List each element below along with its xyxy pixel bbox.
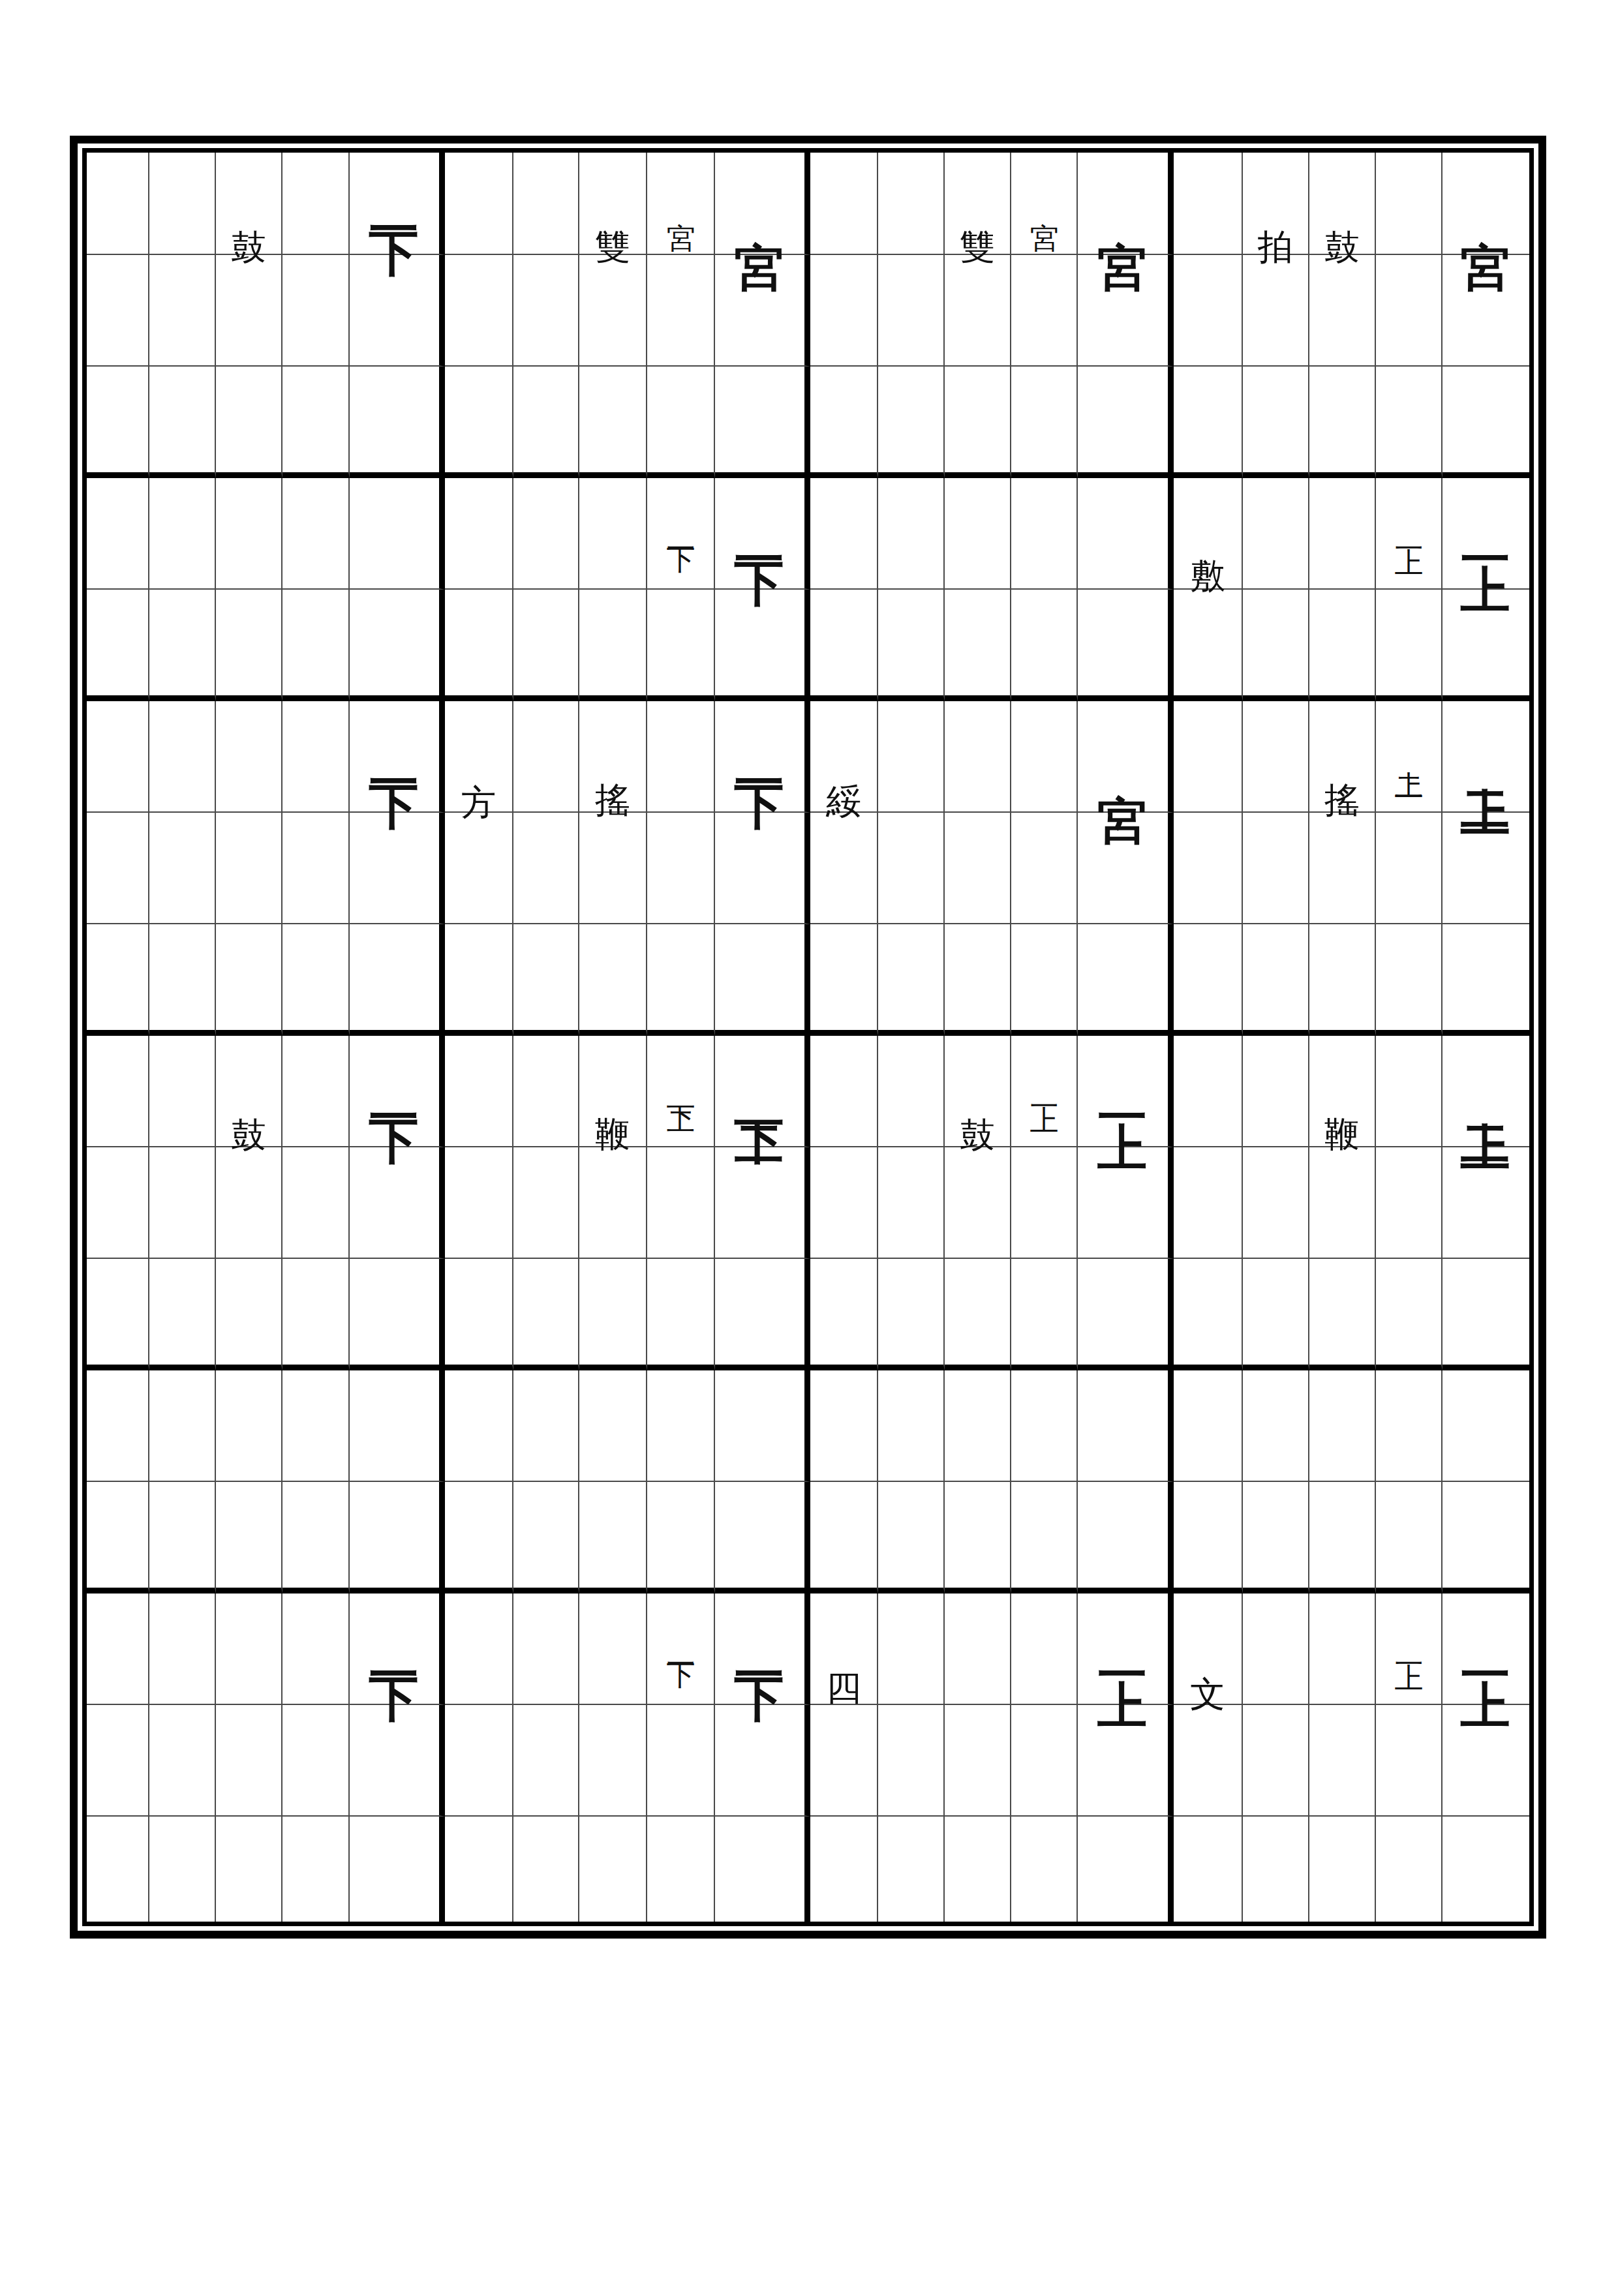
jeonggan-cell bbox=[350, 1370, 445, 1482]
notation-glyph: 宮 bbox=[1098, 199, 1148, 208]
jeonggan-cell bbox=[647, 1817, 715, 1922]
jeonggan-cell bbox=[810, 1370, 878, 1482]
jeonggan-cell bbox=[1011, 367, 1078, 478]
jeonggan-cell bbox=[1376, 590, 1442, 701]
jeonggan-cell bbox=[1078, 924, 1174, 1036]
jeonggan-cell bbox=[87, 924, 149, 1036]
jeonggan-cell: 宮 bbox=[647, 153, 715, 255]
jeonggan-cell bbox=[87, 367, 149, 478]
jeonggan-cell bbox=[149, 153, 216, 255]
jeonggan-cell bbox=[878, 813, 945, 924]
jeonggan-cell: 鼓 bbox=[945, 1036, 1011, 1147]
jeonggan-cell bbox=[282, 924, 350, 1036]
jeonggan-cell bbox=[216, 1259, 282, 1370]
jeonggan-cell bbox=[149, 1259, 216, 1370]
jeonggan-cell bbox=[1011, 590, 1078, 701]
jeonggan-cell bbox=[282, 1482, 350, 1594]
jeonggan-cell bbox=[945, 590, 1011, 701]
score-frame-inner: 鼓下一雙宮宮雙宮宮拍鼓宮下一下一敷上一上一下一方搖下一綏宮搖上二上二鼓下一鞭下二… bbox=[82, 148, 1534, 1926]
jeonggan-cell bbox=[878, 1370, 945, 1482]
jeonggan-cell bbox=[1078, 1817, 1174, 1922]
notation-glyph: 鼓 bbox=[1324, 202, 1360, 205]
jeonggan-cell: 下一 bbox=[715, 478, 810, 590]
jeonggan-cell: 宮 bbox=[715, 153, 810, 255]
jeonggan-cell bbox=[282, 1259, 350, 1370]
jeonggan-cell bbox=[810, 590, 878, 701]
jeonggan-cell: 下一 bbox=[350, 1594, 445, 1705]
jeonggan-cell: 雙 bbox=[579, 153, 647, 255]
jeonggan-cell bbox=[87, 1705, 149, 1817]
jeonggan-cell bbox=[445, 1482, 513, 1594]
jeonggan-cell bbox=[87, 1370, 149, 1482]
jeonggan-cell bbox=[1243, 1705, 1309, 1817]
jeonggan-cell bbox=[1174, 924, 1243, 1036]
jeonggan-cell bbox=[1011, 1259, 1078, 1370]
jeonggan-cell bbox=[579, 1147, 647, 1259]
jeonggan-cell: 宮 bbox=[1078, 701, 1174, 813]
jeonggan-cell bbox=[1442, 1705, 1529, 1817]
jeonggan-cell bbox=[579, 255, 647, 367]
jeonggan-cell: 上一 bbox=[1376, 1594, 1442, 1705]
jeonggan-cell bbox=[1174, 153, 1243, 255]
jeonggan-cell bbox=[715, 1482, 810, 1594]
notation-glyph: 鞭 bbox=[595, 1089, 630, 1093]
notation-glyph: 上一 bbox=[1030, 1083, 1058, 1099]
jeonggan-cell bbox=[87, 255, 149, 367]
jeonggan-cell bbox=[350, 367, 445, 478]
notation-glyph: 下二 bbox=[735, 1082, 785, 1100]
jeonggan-cell bbox=[945, 813, 1011, 924]
jeonggan-cell bbox=[445, 478, 513, 590]
jeonggan-cell bbox=[1011, 1482, 1078, 1594]
notation-glyph: 宮 bbox=[1461, 199, 1511, 208]
jeonggan-cell: 搖 bbox=[1309, 701, 1376, 813]
jeonggan-cell bbox=[647, 1259, 715, 1370]
jeonggan-cell: 鼓 bbox=[216, 153, 282, 255]
jeonggan-cell bbox=[1309, 1705, 1376, 1817]
jeonggan-cell bbox=[1011, 1370, 1078, 1482]
jeonggan-cell: 上一 bbox=[1078, 1594, 1174, 1705]
jeonggan-cell bbox=[445, 1370, 513, 1482]
jeonggan-cell bbox=[350, 1147, 445, 1259]
notation-glyph: 上一 bbox=[1098, 1082, 1148, 1100]
jeonggan-cell bbox=[878, 255, 945, 367]
jeonggan-cell bbox=[445, 924, 513, 1036]
jeonggan-cell bbox=[282, 255, 350, 367]
jeonggan-cell bbox=[216, 924, 282, 1036]
notation-glyph: 宮 bbox=[1030, 200, 1058, 207]
notation-glyph: 鞭 bbox=[1324, 1089, 1360, 1093]
jeonggan-cell bbox=[1243, 1370, 1309, 1482]
jeonggan-cell bbox=[282, 813, 350, 924]
notation-glyph: 宮 bbox=[666, 200, 695, 207]
jeonggan-cell bbox=[1174, 1147, 1243, 1259]
jeonggan-cell bbox=[1011, 1817, 1078, 1922]
jeonggan-cell: 下二 bbox=[647, 1036, 715, 1147]
notation-glyph: 四 bbox=[826, 1647, 861, 1651]
jeonggan-cell bbox=[445, 255, 513, 367]
jeonggan-cell bbox=[647, 255, 715, 367]
jeonggan-cell bbox=[878, 153, 945, 255]
jeonggan-cell bbox=[579, 1482, 647, 1594]
jeonggan-cell: 下一 bbox=[350, 153, 445, 255]
jeonggan-cell bbox=[1243, 1147, 1309, 1259]
jeonggan-cell bbox=[1243, 1259, 1309, 1370]
jeonggan-cell bbox=[1376, 367, 1442, 478]
jeonggan-cell bbox=[282, 1147, 350, 1259]
jeonggan-cell bbox=[445, 1259, 513, 1370]
jeonggan-cell bbox=[216, 1705, 282, 1817]
jeonggan-cell bbox=[350, 924, 445, 1036]
jeonggan-cell bbox=[1442, 590, 1529, 701]
jeonggan-cell bbox=[1174, 813, 1243, 924]
jeonggan-cell bbox=[1376, 255, 1442, 367]
jeonggan-cell bbox=[878, 924, 945, 1036]
jeonggan-cell bbox=[87, 1817, 149, 1922]
jeonggan-cell bbox=[1376, 1705, 1442, 1817]
jeonggan-cell bbox=[1243, 1482, 1309, 1594]
jeonggan-cell bbox=[715, 590, 810, 701]
jeonggan-cell bbox=[579, 1705, 647, 1817]
jeonggan-cell bbox=[1078, 590, 1174, 701]
jeonggan-cell bbox=[1442, 813, 1529, 924]
jeonggan-cell bbox=[1078, 813, 1174, 924]
jeonggan-cell bbox=[579, 367, 647, 478]
jeonggan-cell bbox=[87, 813, 149, 924]
jeonggan-cell bbox=[149, 478, 216, 590]
notation-glyph: 下一 bbox=[370, 748, 420, 766]
jeonggan-cell bbox=[149, 1817, 216, 1922]
jeonggan-cell bbox=[149, 924, 216, 1036]
notation-glyph: 下一 bbox=[735, 748, 785, 766]
notation-glyph: 上二 bbox=[1394, 749, 1423, 764]
jeonggan-cell bbox=[1243, 1594, 1309, 1705]
jeonggan-cell bbox=[810, 367, 878, 478]
jeonggan-cell bbox=[1376, 1147, 1442, 1259]
jeonggan-cell bbox=[87, 1036, 149, 1147]
jeonggan-cell: 宮 bbox=[1011, 153, 1078, 255]
jeonggan-cell bbox=[1442, 924, 1529, 1036]
jeonggan-cell: 上一 bbox=[1442, 478, 1529, 590]
jeonggan-cell bbox=[149, 1482, 216, 1594]
jeonggan-cell bbox=[87, 590, 149, 701]
notation-glyph: 搖 bbox=[595, 755, 630, 759]
jeonggan-cell bbox=[1442, 1370, 1529, 1482]
jeonggan-cell bbox=[513, 255, 579, 367]
jeonggan-cell bbox=[647, 367, 715, 478]
jeonggan-cell bbox=[513, 924, 579, 1036]
jeonggan-cell bbox=[513, 1705, 579, 1817]
jeonggan-cell bbox=[513, 1259, 579, 1370]
jeonggan-cell bbox=[810, 153, 878, 255]
notation-glyph: 搖 bbox=[1324, 755, 1360, 759]
jeonggan-cell bbox=[1309, 590, 1376, 701]
jeonggan-cell bbox=[1011, 701, 1078, 813]
jeonggan-cell bbox=[1243, 813, 1309, 924]
jeonggan-cell: 宮 bbox=[1442, 153, 1529, 255]
jeonggan-cell bbox=[579, 1594, 647, 1705]
jeonggan-cell bbox=[216, 813, 282, 924]
jeonggan-cell bbox=[1078, 1705, 1174, 1817]
jeonggan-cell bbox=[149, 701, 216, 813]
jeonggan-cell bbox=[282, 367, 350, 478]
jeonggan-cell bbox=[1011, 478, 1078, 590]
jeonggan-cell bbox=[878, 701, 945, 813]
jeonggan-cell bbox=[350, 255, 445, 367]
jeonggan-cell bbox=[647, 1482, 715, 1594]
notation-glyph: 綏 bbox=[826, 755, 861, 759]
jeonggan-cell bbox=[1243, 478, 1309, 590]
jeonggan-cell bbox=[445, 1036, 513, 1147]
jeonggan-cell: 上一 bbox=[1078, 1036, 1174, 1147]
jeonggan-cell bbox=[1309, 367, 1376, 478]
jeonggan-cell bbox=[87, 1482, 149, 1594]
jeonggan-cell bbox=[945, 1147, 1011, 1259]
jeonggan-cell bbox=[715, 1370, 810, 1482]
jeonggan-cell bbox=[878, 1482, 945, 1594]
notation-glyph: 下二 bbox=[666, 1083, 695, 1099]
jeonggan-cell bbox=[715, 255, 810, 367]
jeonggan-cell bbox=[149, 367, 216, 478]
jeonggan-cell bbox=[1078, 478, 1174, 590]
notation-glyph: 敷 bbox=[1190, 532, 1225, 536]
jeonggan-cell: 鞭 bbox=[1309, 1036, 1376, 1147]
jeonggan-cell: 上一 bbox=[1376, 478, 1442, 590]
jeonggan-cell bbox=[1174, 1370, 1243, 1482]
jeonggan-cell bbox=[647, 1147, 715, 1259]
jeonggan-cell bbox=[282, 1594, 350, 1705]
jeonggan-cell bbox=[1243, 590, 1309, 701]
notation-glyph: 下一 bbox=[666, 526, 695, 541]
jeonggan-cell bbox=[647, 701, 715, 813]
jeonggan-cell bbox=[1011, 813, 1078, 924]
jeonggan-cell bbox=[878, 1036, 945, 1147]
jeonggan-cell bbox=[1243, 1036, 1309, 1147]
jeonggan-cell bbox=[445, 1705, 513, 1817]
jeonggan-cell bbox=[715, 924, 810, 1036]
jeonggan-cell: 鼓 bbox=[1309, 153, 1376, 255]
jeonggan-cell bbox=[513, 1036, 579, 1147]
jeonggan-cell bbox=[1376, 1370, 1442, 1482]
jeonggan-cell bbox=[513, 590, 579, 701]
jeonggan-cell: 下一 bbox=[715, 1594, 810, 1705]
jeonggan-cell bbox=[810, 1036, 878, 1147]
jeonggan-cell: 敷 bbox=[1174, 478, 1243, 590]
jeonggan-cell bbox=[579, 1817, 647, 1922]
jeonggan-cell bbox=[1309, 1594, 1376, 1705]
jeonggan-cell bbox=[1078, 1370, 1174, 1482]
jeonggan-cell bbox=[1078, 1482, 1174, 1594]
jeonggan-cell bbox=[1309, 255, 1376, 367]
jeonggan-cell bbox=[1174, 367, 1243, 478]
jeonggan-cell: 搖 bbox=[579, 701, 647, 813]
notation-glyph: 下一 bbox=[370, 1640, 420, 1658]
jeonggan-cell bbox=[513, 367, 579, 478]
jeonggan-cell bbox=[1078, 1147, 1174, 1259]
jeonggan-cell bbox=[1243, 924, 1309, 1036]
jeonggan-cell bbox=[945, 1594, 1011, 1705]
jeonggan-cell bbox=[1376, 1817, 1442, 1922]
jeonggan-cell bbox=[878, 1817, 945, 1922]
jeonggan-cell: 鼓 bbox=[216, 1036, 282, 1147]
jeonggan-cell bbox=[1078, 1259, 1174, 1370]
jeonggan-cell bbox=[878, 590, 945, 701]
notation-glyph: 方 bbox=[461, 755, 496, 759]
jeonggan-cell bbox=[878, 367, 945, 478]
notation-glyph: 宮 bbox=[735, 199, 785, 208]
jeonggan-cell bbox=[647, 1370, 715, 1482]
jeonggan-cell bbox=[1309, 1370, 1376, 1482]
jeonggan-cell bbox=[715, 1147, 810, 1259]
jeonggan-cell bbox=[1309, 924, 1376, 1036]
notation-glyph: 雙 bbox=[960, 202, 995, 205]
jeonggan-cell bbox=[945, 1817, 1011, 1922]
jeonggan-cell bbox=[1243, 701, 1309, 813]
jeonggan-cell: 下一 bbox=[350, 1036, 445, 1147]
jeonggan-cell bbox=[216, 701, 282, 813]
jeonggan-cell bbox=[513, 1482, 579, 1594]
jeonggan-cell bbox=[1309, 1482, 1376, 1594]
jeonggan-cell bbox=[350, 1259, 445, 1370]
jeonggan-cell bbox=[1442, 367, 1529, 478]
notation-glyph: 上一 bbox=[1098, 1640, 1148, 1658]
notation-glyph: 文 bbox=[1190, 1647, 1225, 1651]
jeonggan-cell bbox=[216, 255, 282, 367]
jeonggan-cell bbox=[647, 1705, 715, 1817]
jeonggan-cell bbox=[1011, 1705, 1078, 1817]
jeonggan-cell bbox=[1011, 1594, 1078, 1705]
score-page: { "game": "jeongganbo (Korean court-musi… bbox=[0, 0, 1618, 2296]
jeonggan-cell bbox=[282, 701, 350, 813]
jeonggan-cell: 四 bbox=[810, 1594, 878, 1705]
jeonggan-cell bbox=[1011, 924, 1078, 1036]
jeonggan-cell bbox=[149, 813, 216, 924]
notation-glyph: 下一 bbox=[370, 194, 420, 213]
jeonggan-cell bbox=[1243, 367, 1309, 478]
jeonggan-cell bbox=[350, 478, 445, 590]
jeonggan-cell bbox=[810, 1482, 878, 1594]
jeonggan-cell bbox=[350, 1817, 445, 1922]
jeonggan-cell bbox=[1442, 1817, 1529, 1922]
jeonggan-cell bbox=[282, 153, 350, 255]
jeonggan-cell bbox=[878, 1594, 945, 1705]
jeonggan-cell bbox=[87, 701, 149, 813]
jeonggan-cell bbox=[149, 1594, 216, 1705]
jeonggan-cell bbox=[513, 813, 579, 924]
jeonggan-cell bbox=[282, 1705, 350, 1817]
score-frame: 鼓下一雙宮宮雙宮宮拍鼓宮下一下一敷上一上一下一方搖下一綏宮搖上二上二鼓下一鞭下二… bbox=[70, 136, 1546, 1939]
jeonggan-cell bbox=[878, 1259, 945, 1370]
notation-glyph: 上一 bbox=[1461, 1640, 1511, 1658]
notation-glyph: 鼓 bbox=[231, 1089, 266, 1093]
jeonggan-cell bbox=[1442, 1147, 1529, 1259]
jeonggan-cell: 雙 bbox=[945, 153, 1011, 255]
score-grid: 鼓下一雙宮宮雙宮宮拍鼓宮下一下一敷上一上一下一方搖下一綏宮搖上二上二鼓下一鞭下二… bbox=[87, 153, 1529, 1922]
jeonggan-cell bbox=[945, 1370, 1011, 1482]
jeonggan-cell bbox=[579, 1259, 647, 1370]
jeonggan-cell bbox=[579, 813, 647, 924]
jeonggan-cell bbox=[715, 1817, 810, 1922]
jeonggan-cell bbox=[1078, 367, 1174, 478]
jeonggan-cell bbox=[216, 478, 282, 590]
jeonggan-cell bbox=[945, 924, 1011, 1036]
jeonggan-cell bbox=[216, 1817, 282, 1922]
jeonggan-cell bbox=[1243, 1817, 1309, 1922]
jeonggan-cell: 拍 bbox=[1243, 153, 1309, 255]
jeonggan-cell: 下一 bbox=[715, 701, 810, 813]
jeonggan-cell bbox=[282, 1036, 350, 1147]
jeonggan-cell bbox=[1174, 1817, 1243, 1922]
jeonggan-cell bbox=[1309, 1147, 1376, 1259]
jeonggan-cell bbox=[282, 1370, 350, 1482]
jeonggan-cell bbox=[945, 701, 1011, 813]
notation-glyph: 鼓 bbox=[231, 202, 266, 205]
jeonggan-cell: 上一 bbox=[1011, 1036, 1078, 1147]
notation-glyph: 下一 bbox=[735, 1640, 785, 1658]
jeonggan-cell bbox=[647, 590, 715, 701]
jeonggan-cell: 上二 bbox=[1442, 1036, 1529, 1147]
jeonggan-cell bbox=[87, 153, 149, 255]
jeonggan-cell bbox=[810, 255, 878, 367]
jeonggan-cell bbox=[149, 255, 216, 367]
notation-glyph: 雙 bbox=[595, 202, 630, 205]
jeonggan-cell bbox=[445, 1817, 513, 1922]
jeonggan-cell bbox=[1243, 255, 1309, 367]
jeonggan-cell bbox=[878, 1147, 945, 1259]
jeonggan-cell bbox=[350, 590, 445, 701]
jeonggan-cell: 文 bbox=[1174, 1594, 1243, 1705]
jeonggan-cell: 上二 bbox=[1442, 701, 1529, 813]
jeonggan-cell: 下一 bbox=[647, 1594, 715, 1705]
jeonggan-cell bbox=[445, 590, 513, 701]
jeonggan-cell bbox=[579, 1370, 647, 1482]
jeonggan-cell bbox=[1174, 590, 1243, 701]
jeonggan-cell bbox=[282, 590, 350, 701]
jeonggan-cell bbox=[513, 153, 579, 255]
jeonggan-cell bbox=[216, 1147, 282, 1259]
jeonggan-cell bbox=[715, 813, 810, 924]
jeonggan-cell bbox=[87, 478, 149, 590]
jeonggan-cell bbox=[445, 1147, 513, 1259]
jeonggan-cell bbox=[149, 590, 216, 701]
jeonggan-cell bbox=[513, 1147, 579, 1259]
jeonggan-cell bbox=[149, 1370, 216, 1482]
jeonggan-cell bbox=[87, 1259, 149, 1370]
jeonggan-cell bbox=[1011, 255, 1078, 367]
jeonggan-cell bbox=[513, 1370, 579, 1482]
jeonggan-cell bbox=[579, 478, 647, 590]
jeonggan-cell bbox=[1309, 1259, 1376, 1370]
jeonggan-cell bbox=[216, 367, 282, 478]
jeonggan-cell bbox=[1309, 1817, 1376, 1922]
jeonggan-cell bbox=[1376, 813, 1442, 924]
jeonggan-cell bbox=[579, 590, 647, 701]
jeonggan-cell bbox=[1376, 1259, 1442, 1370]
jeonggan-cell bbox=[1376, 924, 1442, 1036]
jeonggan-cell bbox=[1174, 255, 1243, 367]
notation-glyph: 拍 bbox=[1258, 202, 1293, 205]
jeonggan-cell bbox=[445, 1594, 513, 1705]
jeonggan-cell bbox=[87, 1594, 149, 1705]
jeonggan-cell bbox=[715, 367, 810, 478]
jeonggan-cell bbox=[149, 1147, 216, 1259]
notation-glyph: 上一 bbox=[1394, 526, 1423, 541]
jeonggan-cell bbox=[1174, 1036, 1243, 1147]
notation-glyph: 上一 bbox=[1394, 1641, 1423, 1657]
jeonggan-cell bbox=[1174, 1259, 1243, 1370]
notation-glyph: 宮 bbox=[1098, 752, 1148, 761]
jeonggan-cell bbox=[579, 924, 647, 1036]
